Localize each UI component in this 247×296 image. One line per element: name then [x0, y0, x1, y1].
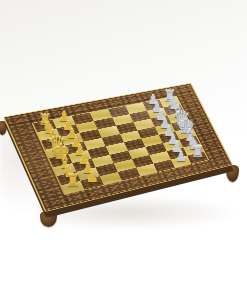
- piece-black-rook-h8[interactable]: ♜: [191, 144, 204, 159]
- piece-white-pawn-h2[interactable]: ♟: [86, 170, 99, 184]
- piece-black-pawn-h7[interactable]: ♟: [175, 150, 187, 163]
- piece-white-rook-h1[interactable]: ♜: [66, 173, 80, 189]
- chess-set-photo: ♜♞♝♛♚♝♞♜♟♟♟♟♟♟♟♟♟♟♟♟♟♟♟♟♜♞♝♛♚♝♞♜: [0, 0, 247, 296]
